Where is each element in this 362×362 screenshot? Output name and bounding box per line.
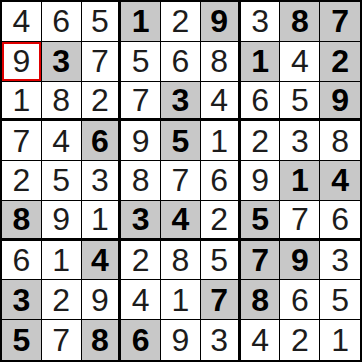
cell-r2c1[interactable]: 9: [2, 42, 42, 82]
cell-r6c7[interactable]: 5: [241, 201, 281, 241]
cell-r9c1[interactable]: 5: [2, 320, 42, 360]
cell-r9c4[interactable]: 6: [121, 320, 161, 360]
cell-r1c5[interactable]: 2: [161, 2, 201, 42]
cell-r6c2[interactable]: 9: [42, 201, 82, 241]
cell-r1c6[interactable]: 9: [201, 2, 241, 42]
cell-r5c1[interactable]: 2: [2, 161, 42, 201]
cell-r2c8[interactable]: 4: [280, 42, 320, 82]
cell-r9c3[interactable]: 8: [82, 320, 122, 360]
cell-r8c7[interactable]: 8: [241, 280, 281, 320]
cell-r5c3[interactable]: 3: [82, 161, 122, 201]
cell-r6c4[interactable]: 3: [121, 201, 161, 241]
cell-r8c8[interactable]: 6: [280, 280, 320, 320]
cell-r9c2[interactable]: 7: [42, 320, 82, 360]
cell-r1c2[interactable]: 6: [42, 2, 82, 42]
cell-r5c7[interactable]: 9: [241, 161, 281, 201]
cell-r2c7[interactable]: 1: [241, 42, 281, 82]
cell-r8c4[interactable]: 4: [121, 280, 161, 320]
cell-r3c7[interactable]: 6: [241, 82, 281, 122]
cell-r9c5[interactable]: 9: [161, 320, 201, 360]
cell-r4c8[interactable]: 3: [280, 121, 320, 161]
cell-r1c3[interactable]: 5: [82, 2, 122, 42]
cell-r7c7[interactable]: 7: [241, 241, 281, 281]
cell-r3c2[interactable]: 8: [42, 82, 82, 122]
cell-r4c7[interactable]: 2: [241, 121, 281, 161]
cell-r9c7[interactable]: 4: [241, 320, 281, 360]
cell-r8c5[interactable]: 1: [161, 280, 201, 320]
cell-r7c5[interactable]: 8: [161, 241, 201, 281]
cell-r8c3[interactable]: 9: [82, 280, 122, 320]
cell-r1c4[interactable]: 1: [121, 2, 161, 42]
cell-r1c7[interactable]: 3: [241, 2, 281, 42]
cell-r7c1[interactable]: 6: [2, 241, 42, 281]
cell-r8c1[interactable]: 3: [2, 280, 42, 320]
cell-r6c5[interactable]: 4: [161, 201, 201, 241]
cell-r5c2[interactable]: 5: [42, 161, 82, 201]
cell-r2c6[interactable]: 8: [201, 42, 241, 82]
cell-r4c3[interactable]: 6: [82, 121, 122, 161]
cell-r9c6[interactable]: 3: [201, 320, 241, 360]
cell-r6c1[interactable]: 8: [2, 201, 42, 241]
cell-r1c8[interactable]: 8: [280, 2, 320, 42]
cell-r3c5[interactable]: 3: [161, 82, 201, 122]
cell-r8c6[interactable]: 7: [201, 280, 241, 320]
cell-r5c6[interactable]: 6: [201, 161, 241, 201]
cell-r2c5[interactable]: 6: [161, 42, 201, 82]
cell-r7c2[interactable]: 1: [42, 241, 82, 281]
cell-r2c3[interactable]: 7: [82, 42, 122, 82]
cell-r4c1[interactable]: 7: [2, 121, 42, 161]
cell-r4c5[interactable]: 5: [161, 121, 201, 161]
cell-r7c4[interactable]: 2: [121, 241, 161, 281]
cell-r6c6[interactable]: 2: [201, 201, 241, 241]
cell-r3c4[interactable]: 7: [121, 82, 161, 122]
cell-r4c4[interactable]: 9: [121, 121, 161, 161]
cell-r9c9[interactable]: 1: [320, 320, 360, 360]
cell-r7c6[interactable]: 5: [201, 241, 241, 281]
cell-r6c3[interactable]: 1: [82, 201, 122, 241]
cell-r3c3[interactable]: 2: [82, 82, 122, 122]
cell-r7c3[interactable]: 4: [82, 241, 122, 281]
cell-r8c2[interactable]: 2: [42, 280, 82, 320]
sudoku-board: 4651293879375681421827346597469512382538…: [0, 0, 362, 362]
cell-r7c8[interactable]: 9: [280, 241, 320, 281]
cell-r3c1[interactable]: 1: [2, 82, 42, 122]
cell-r3c9[interactable]: 9: [320, 82, 360, 122]
cell-r4c2[interactable]: 4: [42, 121, 82, 161]
cell-r2c9[interactable]: 2: [320, 42, 360, 82]
cell-r5c8[interactable]: 1: [280, 161, 320, 201]
cell-r5c5[interactable]: 7: [161, 161, 201, 201]
cell-r6c8[interactable]: 7: [280, 201, 320, 241]
cell-r3c6[interactable]: 4: [201, 82, 241, 122]
cell-r1c1[interactable]: 4: [2, 2, 42, 42]
cell-r6c9[interactable]: 6: [320, 201, 360, 241]
cell-r3c8[interactable]: 5: [280, 82, 320, 122]
cell-r4c6[interactable]: 1: [201, 121, 241, 161]
cell-r9c8[interactable]: 2: [280, 320, 320, 360]
cell-r8c9[interactable]: 5: [320, 280, 360, 320]
cell-r2c4[interactable]: 5: [121, 42, 161, 82]
cell-r5c4[interactable]: 8: [121, 161, 161, 201]
cell-r1c9[interactable]: 7: [320, 2, 360, 42]
cell-r4c9[interactable]: 8: [320, 121, 360, 161]
cell-r2c2[interactable]: 3: [42, 42, 82, 82]
cell-r7c9[interactable]: 3: [320, 241, 360, 281]
cell-r5c9[interactable]: 4: [320, 161, 360, 201]
